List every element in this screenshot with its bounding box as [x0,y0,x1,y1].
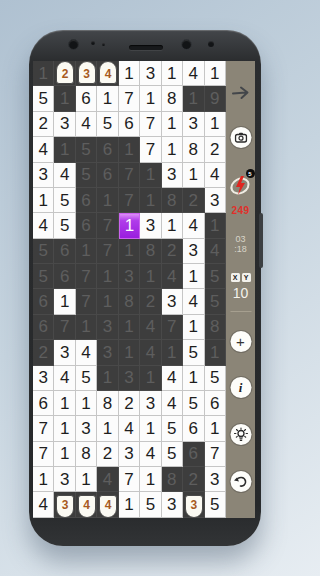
cell-r9c6: 1 [140,264,161,289]
cell-r8c2: 6 [54,239,75,264]
cell-r14c5[interactable]: 2 [119,391,140,416]
cell-r17c1[interactable]: 1 [33,467,54,492]
cell-r11c1: 6 [33,315,54,340]
cell-r18c1[interactable]: 4 [33,492,54,517]
cell-r10c5: 8 [119,289,140,314]
cell-r14c3[interactable]: 1 [76,391,97,416]
cell-r12c3[interactable]: 4 [76,340,97,365]
cell-r3c8[interactable]: 3 [183,112,204,137]
cell-r9c2: 6 [54,264,75,289]
cell-r11c8[interactable]: 1 [183,315,204,340]
xy-value: 10 [233,285,249,301]
cell-r10c2[interactable]: 1 [54,289,75,314]
cell-r7c5[interactable]: 1 [119,213,140,238]
cell-r9c5: 3 [119,264,140,289]
phone-frame: 1131415161718192345671314156171823456713… [29,30,261,546]
cell-r3c7[interactable]: 1 [162,112,183,137]
cell-r2c6[interactable]: 1 [140,86,161,111]
cell-r9c7: 4 [162,264,183,289]
cell-r13c7[interactable]: 4 [162,366,183,391]
cell-r15c1[interactable]: 7 [33,416,54,441]
cell-r4c2: 1 [54,137,75,162]
cell-r9c3: 7 [76,264,97,289]
cell-r15c3[interactable]: 3 [76,416,97,441]
cell-r14c2[interactable]: 1 [54,391,75,416]
cell-r5c2[interactable]: 4 [54,163,75,188]
cell-r3c6[interactable]: 7 [140,112,161,137]
led-icon [208,41,214,47]
cell-r3c2[interactable]: 3 [54,112,75,137]
cell-r7c2[interactable]: 5 [54,213,75,238]
cell-r2c1[interactable]: 5 [33,86,54,111]
cell-r16c2[interactable]: 1 [54,442,75,467]
cell-r7c1[interactable]: 4 [33,213,54,238]
cell-r14c9[interactable]: 6 [205,391,226,416]
cell-r17c5[interactable]: 7 [119,467,140,492]
cell-r6c5: 7 [119,188,140,213]
add-numbers-button[interactable]: + [230,331,251,352]
cell-r11c9: 8 [205,315,226,340]
flash-badge: 5 [246,169,255,178]
cell-r11c6: 4 [140,315,161,340]
cell-r7c9: 1 [205,213,226,238]
cell-r4c1[interactable]: 4 [33,137,54,162]
cell-r17c8: 2 [183,467,204,492]
cell-r14c4[interactable]: 8 [97,391,118,416]
cell-r9c1: 5 [33,264,54,289]
cell-r4c7[interactable]: 1 [162,137,183,162]
cell-r2c8: 1 [183,86,204,111]
cell-r11c5: 1 [119,315,140,340]
cell-r2c2: 1 [54,86,75,111]
cell-r12c9: 1 [205,340,226,365]
cell-r16c6[interactable]: 4 [140,442,161,467]
cell-r6c4: 1 [97,188,118,213]
cell-r2c9: 9 [205,86,226,111]
bottom-bookmark-tab-col2[interactable]: 3 [56,495,74,518]
cell-r15c9[interactable]: 1 [205,416,226,441]
cell-r18c5[interactable]: 1 [119,492,140,517]
cell-r6c7: 8 [162,188,183,213]
forward-arrow-icon[interactable] [231,85,251,100]
cell-r18c7[interactable]: 3 [162,492,183,517]
camera-icon [234,132,247,143]
cell-r13c1[interactable]: 3 [33,366,54,391]
xy-toggle[interactable]: X Y [231,273,251,282]
cell-r3c9[interactable]: 1 [205,112,226,137]
cell-r12c4: 3 [97,340,118,365]
info-icon: i [239,380,243,396]
cell-r7c8[interactable]: 4 [183,213,204,238]
undo-arrow-icon [234,475,248,488]
power-button [259,213,263,268]
cell-r16c9[interactable]: 7 [205,442,226,467]
cell-r6c9[interactable]: 3 [205,188,226,213]
game-screen: 1131415161718192345671314156171823456713… [33,61,255,518]
cell-r16c4[interactable]: 2 [97,442,118,467]
sidebar-divider [230,311,251,312]
cell-r7c7[interactable]: 1 [162,213,183,238]
cell-r3c3[interactable]: 4 [76,112,97,137]
timer-minutes: 03 [235,234,245,244]
sidebar: 5 249 03:18 X Y 10 + i [226,61,255,518]
cell-r3c5[interactable]: 6 [119,112,140,137]
cell-r13c5: 3 [119,366,140,391]
cell-r9c4: 1 [97,264,118,289]
cell-r15c6[interactable]: 1 [140,416,161,441]
cell-r10c4: 1 [97,289,118,314]
cell-r13c9[interactable]: 5 [205,366,226,391]
cell-r2c5[interactable]: 7 [119,86,140,111]
cell-r17c2[interactable]: 3 [54,467,75,492]
cell-r6c8: 2 [183,188,204,213]
cell-r11c3: 1 [76,315,97,340]
cell-r7c3: 6 [76,213,97,238]
cell-r8c7: 2 [162,239,183,264]
cell-r12c1: 2 [33,340,54,365]
cell-r3c1[interactable]: 2 [33,112,54,137]
cell-r12c8[interactable]: 5 [183,340,204,365]
flash-button[interactable]: 5 [228,172,254,198]
cell-r2c3[interactable]: 6 [76,86,97,111]
cell-r15c7[interactable]: 5 [162,416,183,441]
cell-r14c6[interactable]: 3 [140,391,161,416]
board-grid: 1131415161718192345671314156171823456713… [33,61,226,518]
cell-r17c6[interactable]: 1 [140,467,161,492]
undo-button[interactable] [230,471,251,492]
plus-icon: + [236,333,245,350]
flash-count: 249 [231,205,249,216]
cell-r1c9[interactable]: 1 [205,61,226,86]
top-bookmark-tab-col4[interactable]: 4 [99,61,117,84]
cell-r17c4: 4 [97,467,118,492]
cell-r12c2[interactable]: 3 [54,340,75,365]
cell-r12c6: 4 [140,340,161,365]
cell-r14c7[interactable]: 4 [162,391,183,416]
front-camera-icon [68,39,79,50]
cell-r16c8: 6 [183,442,204,467]
cell-r1c8[interactable]: 4 [183,61,204,86]
cell-r2c4[interactable]: 1 [97,86,118,111]
earpiece-speaker [129,45,163,50]
cell-r8c8[interactable]: 3 [183,239,204,264]
cell-r13c8[interactable]: 1 [183,366,204,391]
cell-r12c5: 1 [119,340,140,365]
cell-r10c7[interactable]: 3 [162,289,183,314]
cell-r8c1: 5 [33,239,54,264]
cell-r1c5[interactable]: 1 [119,61,140,86]
sensor-icon [181,39,192,50]
cell-r1c7[interactable]: 1 [162,61,183,86]
cell-r13c3[interactable]: 5 [76,366,97,391]
cell-r5c7[interactable]: 3 [162,163,183,188]
timer: 03:18 [234,234,247,254]
cell-r12c7: 1 [162,340,183,365]
cell-r8c4: 7 [97,239,118,264]
cell-r4c6[interactable]: 7 [140,137,161,162]
y-label: Y [242,273,251,282]
cell-r11c7: 7 [162,315,183,340]
info-button[interactable]: i [230,377,251,398]
cell-r1c6[interactable]: 3 [140,61,161,86]
ambient-sensor-icon [102,43,105,46]
cell-r4c3: 5 [76,137,97,162]
cell-r13c4: 1 [97,366,118,391]
cell-r10c3: 7 [76,289,97,314]
lightbulb-icon [233,427,248,442]
cell-r16c7[interactable]: 5 [162,442,183,467]
cell-r5c3: 5 [76,163,97,188]
cell-r15c2[interactable]: 1 [54,416,75,441]
bottom-bookmark-tab-col4[interactable]: 4 [99,495,117,518]
cell-r10c6: 2 [140,289,161,314]
cell-r4c9[interactable]: 2 [205,137,226,162]
cell-r11c4: 3 [97,315,118,340]
cell-r4c5: 1 [119,137,140,162]
cell-r18c9[interactable]: 5 [205,492,226,517]
cell-r9c8[interactable]: 1 [183,264,204,289]
cell-r7c4: 7 [97,213,118,238]
cell-r15c4[interactable]: 1 [97,416,118,441]
cell-r15c5[interactable]: 4 [119,416,140,441]
cell-r18c6[interactable]: 5 [140,492,161,517]
cell-r4c4: 6 [97,137,118,162]
timer-seconds: :18 [234,244,247,254]
cell-r8c3: 1 [76,239,97,264]
cell-r10c8[interactable]: 4 [183,289,204,314]
proximity-sensor-icon [91,41,95,45]
cell-r3c4[interactable]: 5 [97,112,118,137]
cell-r8c5: 1 [119,239,140,264]
cell-r10c1: 6 [33,289,54,314]
cell-r10c9: 5 [205,289,226,314]
cell-r16c3[interactable]: 8 [76,442,97,467]
cell-r14c8[interactable]: 5 [183,391,204,416]
cell-r1c1: 1 [33,61,54,86]
cell-r13c6: 1 [140,366,161,391]
cell-r14c1[interactable]: 6 [33,391,54,416]
top-bookmark-tab-col3[interactable]: 3 [78,61,96,84]
cell-r6c2[interactable]: 5 [54,188,75,213]
cell-r16c5[interactable]: 3 [119,442,140,467]
bottom-bookmark-tab-col3[interactable]: 4 [78,495,96,518]
cell-r7c6[interactable]: 3 [140,213,161,238]
cell-r13c2[interactable]: 4 [54,366,75,391]
cell-r6c3: 6 [76,188,97,213]
cell-r8c9: 4 [205,239,226,264]
cell-r5c6: 1 [140,163,161,188]
screenshot-button[interactable] [230,127,251,148]
cell-r5c8[interactable]: 1 [183,163,204,188]
cell-r8c6: 8 [140,239,161,264]
hint-button[interactable] [230,424,251,445]
x-label: X [231,273,240,282]
cell-r6c6: 1 [140,188,161,213]
cell-r4c8[interactable]: 8 [183,137,204,162]
cell-r5c9[interactable]: 4 [205,163,226,188]
cell-r17c7: 8 [162,467,183,492]
cell-r15c8[interactable]: 6 [183,416,204,441]
cell-r17c9[interactable]: 3 [205,467,226,492]
top-bookmark-tab-col2[interactable]: 2 [56,61,74,84]
cell-r5c4: 6 [97,163,118,188]
cell-r11c2: 7 [54,315,75,340]
cell-r17c3[interactable]: 1 [76,467,97,492]
cell-r6c1[interactable]: 1 [33,188,54,213]
cell-r9c9: 5 [205,264,226,289]
bottom-bookmark-tab-col8[interactable]: 3 [185,495,203,518]
cell-r2c7[interactable]: 8 [162,86,183,111]
cell-r16c1[interactable]: 7 [33,442,54,467]
cell-r5c5: 7 [119,163,140,188]
cell-r5c1[interactable]: 3 [33,163,54,188]
